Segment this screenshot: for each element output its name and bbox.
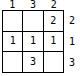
column-clue-3: 2 xyxy=(43,0,64,10)
cell-r1c3[interactable]: 2 xyxy=(44,11,63,31)
cell-r3c1[interactable] xyxy=(3,52,22,72)
row-clues: 2 1 3 xyxy=(66,10,78,73)
cell-r2c3[interactable]: 1 xyxy=(44,32,63,52)
column-clue-2: 3 xyxy=(23,0,44,10)
cell-r3c3[interactable] xyxy=(44,52,63,72)
cell-r1c2[interactable] xyxy=(23,11,42,31)
row-clue-3: 3 xyxy=(66,52,78,73)
cell-r2c1[interactable]: 1 xyxy=(3,32,22,52)
row-clue-2: 1 xyxy=(66,31,78,52)
cell-r3c2[interactable]: 3 xyxy=(23,52,42,72)
cell-r1c1[interactable] xyxy=(3,11,22,31)
column-clue-1: 1 xyxy=(2,0,23,10)
puzzle-grid: 2 1 1 1 3 xyxy=(2,10,64,73)
cell-r2c2[interactable]: 1 xyxy=(23,32,42,52)
row-clue-1: 2 xyxy=(66,10,78,31)
column-clues: 1 3 2 xyxy=(2,0,64,10)
puzzle-canvas: 1 3 2 2 1 1 1 3 2 1 3 xyxy=(0,0,80,76)
